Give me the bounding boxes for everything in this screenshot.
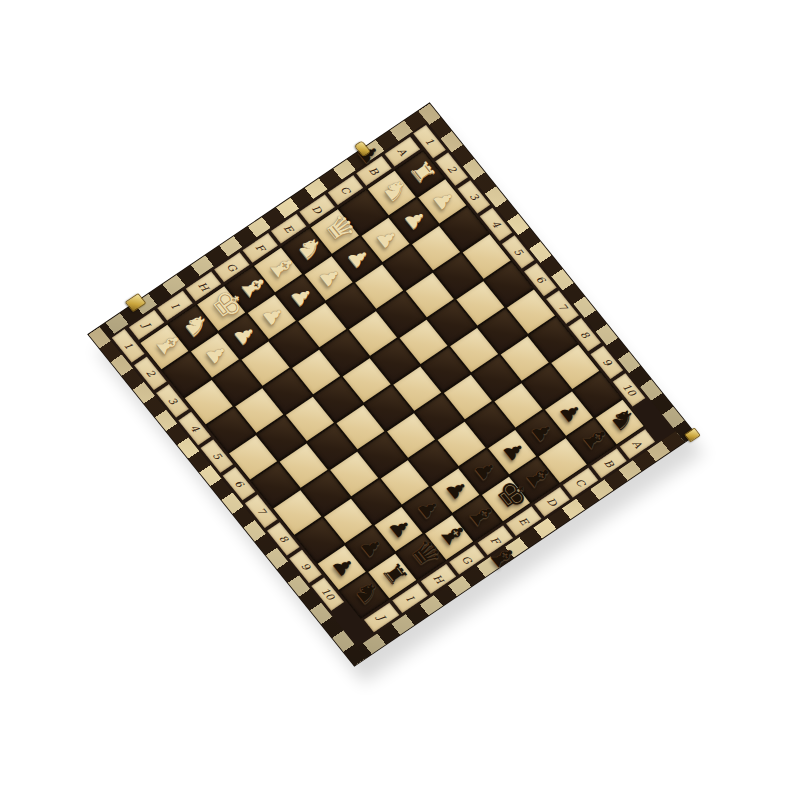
product-photo: 12345678910 12345678910 ABCDEFGHIJ ABCDE… [0,0,800,800]
board: 12345678910 12345678910 ABCDEFGHIJ ABCDE… [89,104,696,666]
playing-grid: ♜♟♞♞♟♟♝♟♟♛♟♟♝♞♟♟♚♝♟♟♝♝♟♟♝♚♟♟♛♞♟♟♜♝♟♞ [139,150,645,618]
